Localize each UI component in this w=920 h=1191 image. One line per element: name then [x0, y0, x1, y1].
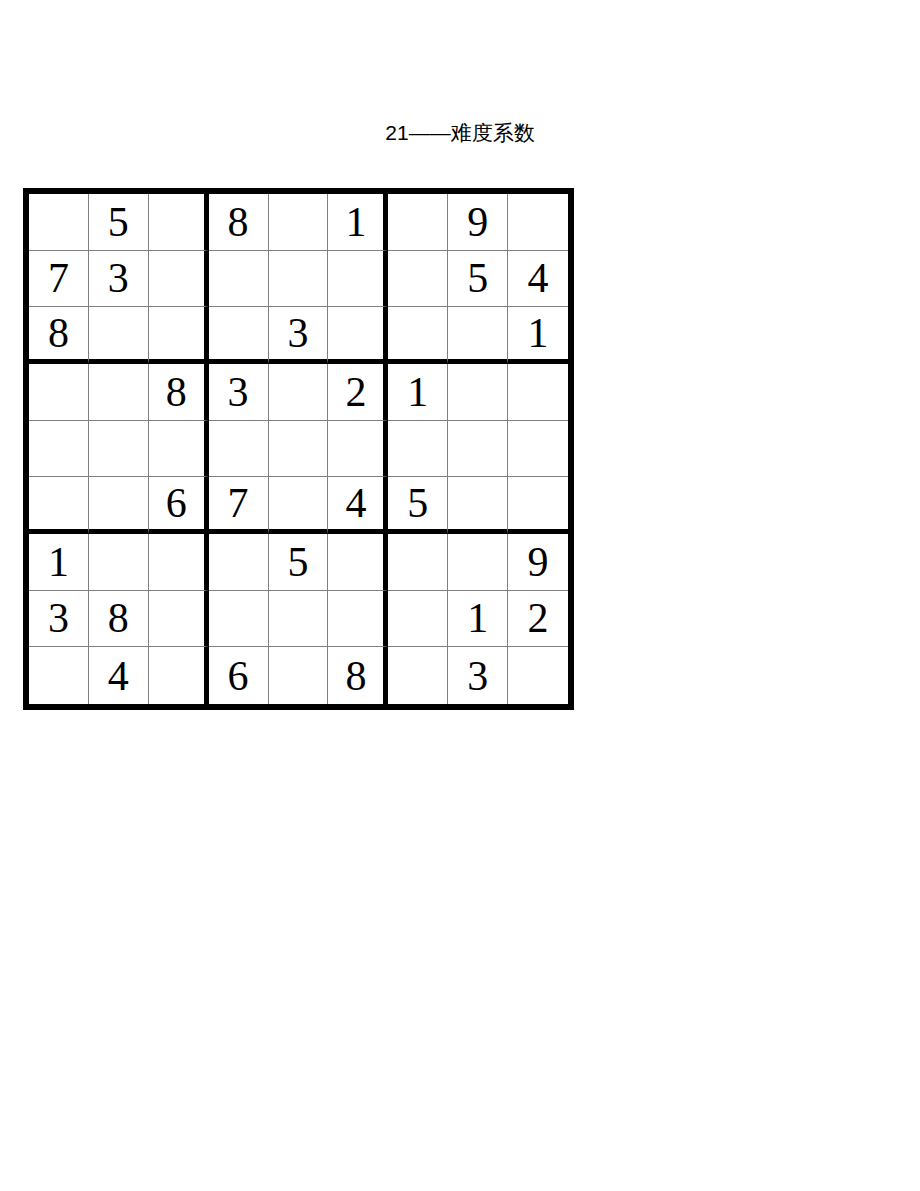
cell-r7c1[interactable]: 1: [29, 534, 89, 591]
cell-r8c6[interactable]: [328, 591, 388, 648]
cell-r6c2[interactable]: [89, 477, 149, 534]
cell-r5c6[interactable]: [328, 421, 388, 478]
cell-r5c5[interactable]: [269, 421, 329, 478]
cell-r1c3[interactable]: [149, 194, 209, 251]
cell-r4c8[interactable]: [448, 364, 508, 421]
cell-r5c7[interactable]: [388, 421, 448, 478]
cell-r4c2[interactable]: [89, 364, 149, 421]
cell-r7c8[interactable]: [448, 534, 508, 591]
cell-r4c7[interactable]: 1: [388, 364, 448, 421]
cell-r5c1[interactable]: [29, 421, 89, 478]
cell-r4c9[interactable]: [508, 364, 568, 421]
cell-r7c7[interactable]: [388, 534, 448, 591]
cell-r3c7[interactable]: [388, 307, 448, 364]
cell-r9c5[interactable]: [269, 647, 329, 704]
cell-r8c8[interactable]: 1: [448, 591, 508, 648]
cell-r9c1[interactable]: [29, 647, 89, 704]
cell-r6c8[interactable]: [448, 477, 508, 534]
cell-r3c2[interactable]: [89, 307, 149, 364]
cell-r8c3[interactable]: [149, 591, 209, 648]
cell-r3c8[interactable]: [448, 307, 508, 364]
cell-r7c2[interactable]: [89, 534, 149, 591]
cell-r6c1[interactable]: [29, 477, 89, 534]
cell-r9c3[interactable]: [149, 647, 209, 704]
cell-r1c1[interactable]: [29, 194, 89, 251]
cell-r8c9[interactable]: 2: [508, 591, 568, 648]
cell-r4c1[interactable]: [29, 364, 89, 421]
cell-r3c9[interactable]: 1: [508, 307, 568, 364]
cell-r2c2[interactable]: 3: [89, 251, 149, 308]
cell-r8c5[interactable]: [269, 591, 329, 648]
cell-r6c6[interactable]: 4: [328, 477, 388, 534]
cell-r9c4[interactable]: 6: [209, 647, 269, 704]
cell-r1c8[interactable]: 9: [448, 194, 508, 251]
cell-r3c3[interactable]: [149, 307, 209, 364]
cell-r2c3[interactable]: [149, 251, 209, 308]
cell-r9c2[interactable]: 4: [89, 647, 149, 704]
cell-r6c5[interactable]: [269, 477, 329, 534]
cell-r2c9[interactable]: 4: [508, 251, 568, 308]
puzzle-title: 21——难度系数: [0, 121, 920, 145]
cell-r9c6[interactable]: 8: [328, 647, 388, 704]
cell-r4c6[interactable]: 2: [328, 364, 388, 421]
cell-r1c9[interactable]: [508, 194, 568, 251]
cell-r1c2[interactable]: 5: [89, 194, 149, 251]
cell-r8c4[interactable]: [209, 591, 269, 648]
cell-r4c3[interactable]: 8: [149, 364, 209, 421]
cell-r5c3[interactable]: [149, 421, 209, 478]
cell-r8c2[interactable]: 8: [89, 591, 149, 648]
cell-r9c7[interactable]: [388, 647, 448, 704]
cell-r2c7[interactable]: [388, 251, 448, 308]
cell-r2c5[interactable]: [269, 251, 329, 308]
cell-r2c4[interactable]: [209, 251, 269, 308]
cell-r7c5[interactable]: 5: [269, 534, 329, 591]
cell-r5c9[interactable]: [508, 421, 568, 478]
cell-r8c7[interactable]: [388, 591, 448, 648]
cell-r5c8[interactable]: [448, 421, 508, 478]
cell-r2c8[interactable]: 5: [448, 251, 508, 308]
cell-r1c5[interactable]: [269, 194, 329, 251]
cell-r6c3[interactable]: 6: [149, 477, 209, 534]
cell-r2c6[interactable]: [328, 251, 388, 308]
cell-r3c1[interactable]: 8: [29, 307, 89, 364]
cell-r7c4[interactable]: [209, 534, 269, 591]
cell-r1c6[interactable]: 1: [328, 194, 388, 251]
cell-r2c1[interactable]: 7: [29, 251, 89, 308]
cell-r7c6[interactable]: [328, 534, 388, 591]
cell-r3c6[interactable]: [328, 307, 388, 364]
cell-r9c9[interactable]: [508, 647, 568, 704]
cell-r3c5[interactable]: 3: [269, 307, 329, 364]
cell-r3c4[interactable]: [209, 307, 269, 364]
cell-r6c7[interactable]: 5: [388, 477, 448, 534]
cell-r7c3[interactable]: [149, 534, 209, 591]
cell-r1c7[interactable]: [388, 194, 448, 251]
cell-r9c8[interactable]: 3: [448, 647, 508, 704]
cell-r6c4[interactable]: 7: [209, 477, 269, 534]
cell-r5c4[interactable]: [209, 421, 269, 478]
cell-r4c4[interactable]: 3: [209, 364, 269, 421]
cell-r8c1[interactable]: 3: [29, 591, 89, 648]
worksheet-page: 21——难度系数 581973548318321674515938124683: [0, 0, 920, 1191]
cell-r5c2[interactable]: [89, 421, 149, 478]
cell-r6c9[interactable]: [508, 477, 568, 534]
sudoku-board: 581973548318321674515938124683: [23, 188, 574, 710]
cell-r7c9[interactable]: 9: [508, 534, 568, 591]
cell-r1c4[interactable]: 8: [209, 194, 269, 251]
cell-r4c5[interactable]: [269, 364, 329, 421]
